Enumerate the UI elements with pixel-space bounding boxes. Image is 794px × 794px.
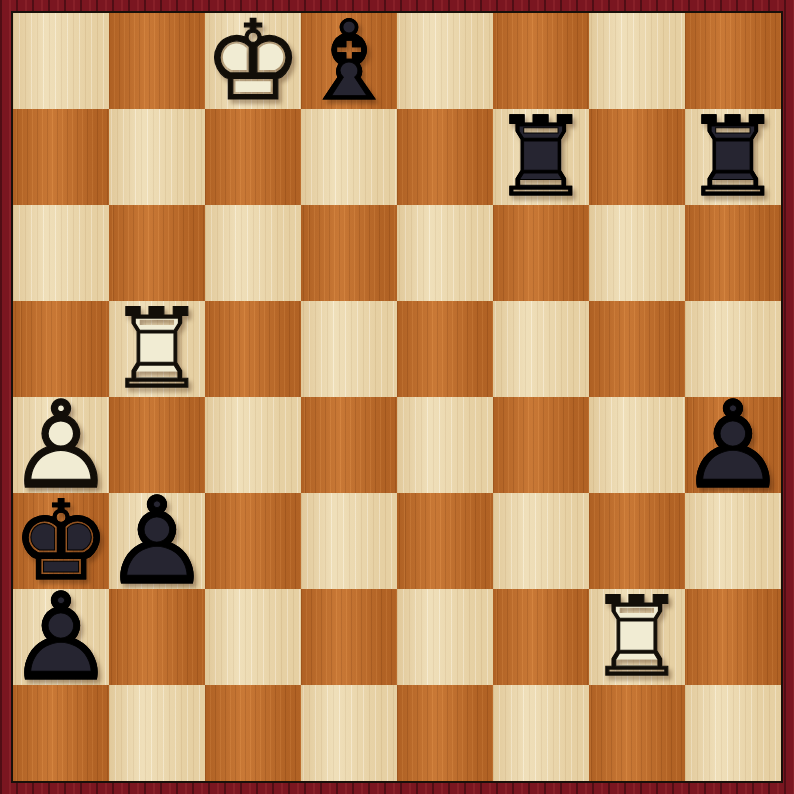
square-c4[interactable] [205, 397, 301, 493]
black-pawn[interactable]: ♟♙ [13, 589, 109, 685]
square-h3[interactable] [685, 493, 781, 589]
square-f4[interactable] [493, 397, 589, 493]
square-f3[interactable] [493, 493, 589, 589]
square-b3[interactable]: ♟♙ [109, 493, 205, 589]
square-f6[interactable] [493, 205, 589, 301]
square-g6[interactable] [589, 205, 685, 301]
white-rook[interactable]: ♜♖ [589, 589, 685, 685]
square-b1[interactable] [109, 685, 205, 781]
square-d4[interactable] [301, 397, 397, 493]
square-g4[interactable] [589, 397, 685, 493]
square-h4[interactable]: ♟♙ [685, 397, 781, 493]
piece-outline-glyph: ♔ [205, 13, 301, 109]
square-d6[interactable] [301, 205, 397, 301]
black-pawn[interactable]: ♟♙ [109, 493, 205, 589]
square-d8[interactable]: ♝♗ [301, 13, 397, 109]
white-king[interactable]: ♚♔ [205, 13, 301, 109]
white-rook[interactable]: ♜♖ [109, 301, 205, 397]
square-e8[interactable] [397, 13, 493, 109]
square-f2[interactable] [493, 589, 589, 685]
black-pawn[interactable]: ♟♙ [685, 397, 781, 493]
board-frame: ♚♔♝♗♜♖♜♖♜♖♟♙♟♙♚♔♟♙♟♙♜♖ [0, 0, 794, 794]
piece-outline-glyph: ♙ [109, 493, 205, 589]
square-f7[interactable]: ♜♖ [493, 109, 589, 205]
square-a6[interactable] [13, 205, 109, 301]
chess-board: ♚♔♝♗♜♖♜♖♜♖♟♙♟♙♚♔♟♙♟♙♜♖ [13, 13, 781, 781]
piece-outline-glyph: ♖ [109, 301, 205, 397]
square-b7[interactable] [109, 109, 205, 205]
square-d2[interactable] [301, 589, 397, 685]
piece-outline-glyph: ♙ [13, 589, 109, 685]
black-bishop[interactable]: ♝♗ [301, 13, 397, 109]
square-c3[interactable] [205, 493, 301, 589]
piece-outline-glyph: ♖ [589, 589, 685, 685]
square-a1[interactable] [13, 685, 109, 781]
square-f1[interactable] [493, 685, 589, 781]
square-f5[interactable] [493, 301, 589, 397]
piece-outline-glyph: ♙ [685, 397, 781, 493]
square-d1[interactable] [301, 685, 397, 781]
square-b8[interactable] [109, 13, 205, 109]
square-b5[interactable]: ♜♖ [109, 301, 205, 397]
square-b2[interactable] [109, 589, 205, 685]
square-e6[interactable] [397, 205, 493, 301]
black-rook[interactable]: ♜♖ [685, 109, 781, 205]
square-c5[interactable] [205, 301, 301, 397]
square-h2[interactable] [685, 589, 781, 685]
black-rook[interactable]: ♜♖ [493, 109, 589, 205]
square-g8[interactable] [589, 13, 685, 109]
square-e1[interactable] [397, 685, 493, 781]
square-e7[interactable] [397, 109, 493, 205]
square-e2[interactable] [397, 589, 493, 685]
piece-outline-glyph: ♗ [301, 13, 397, 109]
square-c1[interactable] [205, 685, 301, 781]
square-h7[interactable]: ♜♖ [685, 109, 781, 205]
square-a8[interactable] [13, 13, 109, 109]
square-e5[interactable] [397, 301, 493, 397]
piece-outline-glyph: ♖ [685, 109, 781, 205]
square-g7[interactable] [589, 109, 685, 205]
square-c7[interactable] [205, 109, 301, 205]
square-a2[interactable]: ♟♙ [13, 589, 109, 685]
piece-outline-glyph: ♖ [493, 109, 589, 205]
square-e4[interactable] [397, 397, 493, 493]
square-c6[interactable] [205, 205, 301, 301]
square-c2[interactable] [205, 589, 301, 685]
square-d3[interactable] [301, 493, 397, 589]
square-d7[interactable] [301, 109, 397, 205]
board-inner-border: ♚♔♝♗♜♖♜♖♜♖♟♙♟♙♚♔♟♙♟♙♜♖ [11, 11, 783, 783]
square-g1[interactable] [589, 685, 685, 781]
square-g2[interactable]: ♜♖ [589, 589, 685, 685]
square-a7[interactable] [13, 109, 109, 205]
square-g5[interactable] [589, 301, 685, 397]
square-h6[interactable] [685, 205, 781, 301]
square-h1[interactable] [685, 685, 781, 781]
square-c8[interactable]: ♚♔ [205, 13, 301, 109]
square-d5[interactable] [301, 301, 397, 397]
square-e3[interactable] [397, 493, 493, 589]
